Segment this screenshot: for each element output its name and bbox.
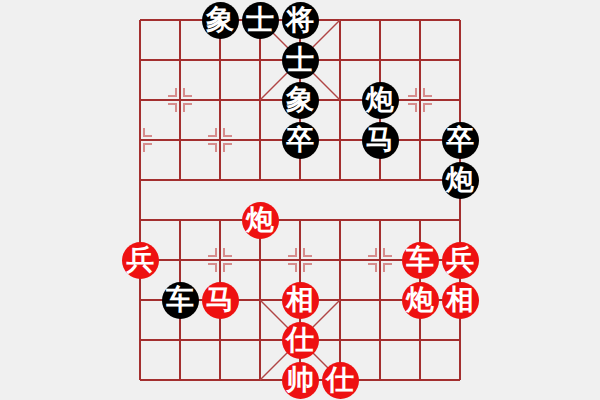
black-chariot[interactable]: 车: [162, 282, 199, 319]
xiangqi-board-screen: 象士将士象炮卒马卒炮车炮兵车兵马相炮相仕帅仕: [0, 0, 600, 400]
black-cannon[interactable]: 炮: [442, 162, 479, 199]
red-pawn[interactable]: 兵: [122, 242, 159, 279]
red-chariot[interactable]: 车: [402, 242, 439, 279]
black-advisor[interactable]: 士: [242, 2, 279, 39]
black-pawn[interactable]: 卒: [442, 122, 479, 159]
red-cannon[interactable]: 炮: [242, 202, 279, 239]
red-king[interactable]: 帅: [282, 362, 319, 399]
black-horse[interactable]: 马: [362, 122, 399, 159]
black-elephant[interactable]: 象: [202, 2, 239, 39]
black-pawn[interactable]: 卒: [282, 122, 319, 159]
xiangqi-pieces-layer: 象士将士象炮卒马卒炮车炮兵车兵马相炮相仕帅仕: [120, 0, 480, 400]
black-king[interactable]: 将: [282, 2, 319, 39]
red-advisor[interactable]: 仕: [322, 362, 359, 399]
black-advisor[interactable]: 士: [282, 42, 319, 79]
red-elephant[interactable]: 相: [282, 282, 319, 319]
red-elephant[interactable]: 相: [442, 282, 479, 319]
red-cannon[interactable]: 炮: [402, 282, 439, 319]
red-horse[interactable]: 马: [202, 282, 239, 319]
black-cannon[interactable]: 炮: [362, 82, 399, 119]
red-advisor[interactable]: 仕: [282, 322, 319, 359]
black-elephant[interactable]: 象: [282, 82, 319, 119]
red-pawn[interactable]: 兵: [442, 242, 479, 279]
